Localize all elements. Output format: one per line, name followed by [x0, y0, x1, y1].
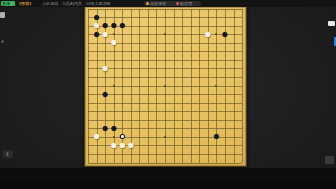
- go-board: ●●●●●●●●●●●●●●●●●●●●: [84, 6, 247, 167]
- pill-label: 粉丝团: [180, 1, 192, 5]
- overlay-pill-fans[interactable]: 粉丝团: [174, 1, 201, 6]
- black-stone: ●: [109, 124, 118, 133]
- live-badge-label: 直播: [2, 1, 10, 5]
- sidebar-collapse-handle[interactable]: ❮: [3, 150, 13, 159]
- black-stone: ●: [101, 90, 110, 99]
- white-stone: ●: [101, 30, 110, 39]
- edge-dot-icon: [1, 40, 4, 43]
- white-stone: ●: [118, 141, 127, 150]
- black-stone: ●: [109, 21, 118, 30]
- stream-title-bar: 直播 【围棋】 人机挑战 · 九段AI闯关 · 19路大盘讲解 点击抽奖 粉丝团: [0, 0, 336, 7]
- white-stone: ●: [109, 141, 118, 150]
- scroll-top-button[interactable]: [325, 156, 334, 164]
- stream-title: 人机挑战 · 九段AI闯关 · 19路大盘讲解: [42, 1, 111, 5]
- desktop: 直播 【围棋】 人机挑战 · 九段AI闯关 · 19路大盘讲解 点击抽奖 粉丝团…: [0, 0, 336, 189]
- quality-tag[interactable]: [328, 21, 335, 26]
- live-badge: 直播: [1, 1, 15, 6]
- gift-icon: [146, 2, 149, 5]
- pill-label: 点击抽奖: [150, 1, 166, 5]
- black-stone: ●: [92, 30, 101, 39]
- white-stone: ●: [92, 132, 101, 141]
- black-stone: ●: [118, 21, 127, 30]
- black-stone: ●: [212, 132, 221, 141]
- white-stone: ●: [203, 30, 212, 39]
- black-stone: ●: [220, 30, 229, 39]
- edge-shortcut-icon[interactable]: [0, 12, 5, 18]
- white-stone: ●: [126, 141, 135, 150]
- windows-taskbar: ○ ∧ 10:02 2023/10/28: [0, 181, 336, 189]
- white-stone: ●: [101, 64, 110, 73]
- player-control-bar: 159 / 162 上一手下一手最新手自动播放跳至最新: [0, 168, 336, 182]
- white-stone: ●: [109, 38, 118, 47]
- stream-title-highlight: 【围棋】: [17, 1, 33, 5]
- overlay-pill-lottery[interactable]: 点击抽奖: [144, 1, 177, 6]
- board-grid: ●●●●●●●●●●●●●●●●●●●●: [84, 4, 246, 166]
- fans-icon: [176, 2, 179, 5]
- black-stone: ●: [101, 124, 110, 133]
